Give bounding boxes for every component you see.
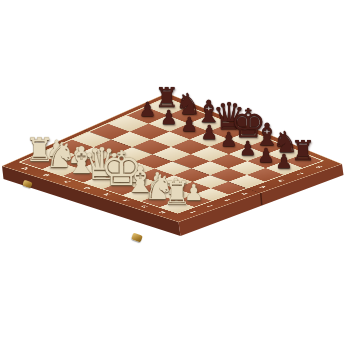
- rank-label-7: 7: [295, 172, 304, 175]
- piece-black-pawn-g7[interactable]: ♟: [257, 145, 274, 164]
- rank-label-6: 6: [276, 179, 285, 182]
- rank-label-8: 8: [314, 165, 323, 169]
- piece-black-pawn-a7[interactable]: ♟: [139, 100, 157, 120]
- piece-black-pawn-c7[interactable]: ♟: [181, 116, 199, 136]
- piece-white-rook-h1[interactable]: ♜: [163, 178, 192, 210]
- rank-label-5: 5: [258, 186, 267, 189]
- piece-black-pawn-f7[interactable]: ♟: [239, 138, 256, 157]
- piece-black-rook-h8[interactable]: ♜: [291, 137, 315, 164]
- rank-label-4: 4: [240, 192, 249, 195]
- piece-black-pawn-b7[interactable]: ♟: [160, 108, 178, 128]
- piece-black-pawn-e7[interactable]: ♟: [220, 131, 237, 151]
- rank-label-3: 3: [222, 198, 231, 201]
- piece-black-pawn-h7[interactable]: ♟: [275, 152, 292, 171]
- chess-set-photo: ABCDEFGH12345678 ♜♞♟♝♟♛♟♚♟♝♟♞♟♟♜♟♟♜♟♟♞♟♝…: [0, 0, 350, 350]
- piece-black-pawn-d7[interactable]: ♟: [201, 123, 219, 143]
- rank-label-2: 2: [205, 205, 214, 208]
